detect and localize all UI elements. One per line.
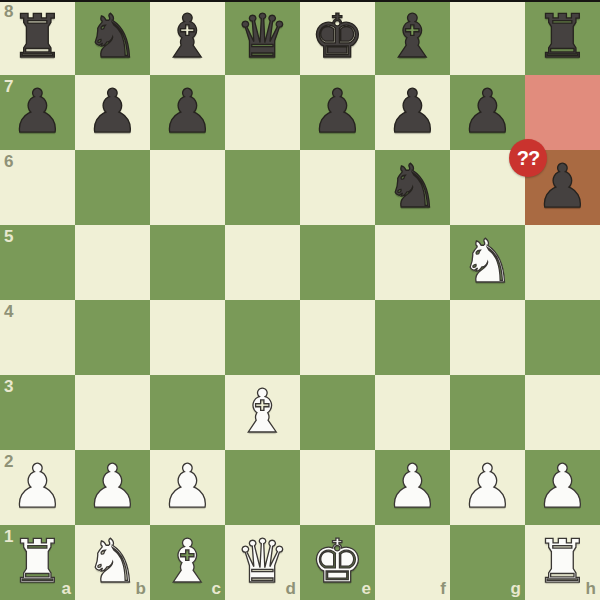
square-c1[interactable]: c♝ bbox=[150, 525, 225, 600]
piece-black-pawn[interactable]: ♟ bbox=[150, 75, 225, 150]
square-h8[interactable]: ♜ bbox=[525, 0, 600, 75]
square-c6[interactable] bbox=[150, 150, 225, 225]
square-f4[interactable] bbox=[375, 300, 450, 375]
square-c7[interactable]: ♟ bbox=[150, 75, 225, 150]
square-b6[interactable] bbox=[75, 150, 150, 225]
piece-black-queen[interactable]: ♛ bbox=[225, 0, 300, 75]
square-d3[interactable]: ♝ bbox=[225, 375, 300, 450]
square-g3[interactable] bbox=[450, 375, 525, 450]
piece-white-pawn[interactable]: ♟ bbox=[450, 450, 525, 525]
chess-board-container: 8♜♞♝♛♚♝♜7♟♟♟♟♟♟6♞♟5♞43♝2♟♟♟♟♟♟1a♜b♞c♝d♛e… bbox=[0, 0, 600, 600]
square-f5[interactable] bbox=[375, 225, 450, 300]
rank-label-3: 3 bbox=[4, 377, 13, 397]
square-g5[interactable]: ♞ bbox=[450, 225, 525, 300]
rank-label-5: 5 bbox=[4, 227, 13, 247]
piece-black-king[interactable]: ♚ bbox=[300, 0, 375, 75]
rank-label-6: 6 bbox=[4, 152, 13, 172]
piece-white-pawn[interactable]: ♟ bbox=[75, 450, 150, 525]
piece-black-pawn[interactable]: ♟ bbox=[375, 75, 450, 150]
square-c2[interactable]: ♟ bbox=[150, 450, 225, 525]
piece-black-pawn[interactable]: ♟ bbox=[0, 75, 75, 150]
square-a5[interactable]: 5 bbox=[0, 225, 75, 300]
piece-white-king[interactable]: ♚ bbox=[300, 525, 375, 600]
square-c5[interactable] bbox=[150, 225, 225, 300]
square-a2[interactable]: 2♟ bbox=[0, 450, 75, 525]
piece-white-queen[interactable]: ♛ bbox=[225, 525, 300, 600]
square-f7[interactable]: ♟ bbox=[375, 75, 450, 150]
square-c4[interactable] bbox=[150, 300, 225, 375]
square-d8[interactable]: ♛ bbox=[225, 0, 300, 75]
square-a8[interactable]: 8♜ bbox=[0, 0, 75, 75]
file-label-g: g bbox=[511, 579, 521, 599]
square-f1[interactable]: f bbox=[375, 525, 450, 600]
square-e3[interactable] bbox=[300, 375, 375, 450]
square-e8[interactable]: ♚ bbox=[300, 0, 375, 75]
square-h1[interactable]: h♜ bbox=[525, 525, 600, 600]
square-h2[interactable]: ♟ bbox=[525, 450, 600, 525]
square-h3[interactable] bbox=[525, 375, 600, 450]
piece-black-pawn[interactable]: ♟ bbox=[75, 75, 150, 150]
square-d2[interactable] bbox=[225, 450, 300, 525]
square-b4[interactable] bbox=[75, 300, 150, 375]
piece-white-rook[interactable]: ♜ bbox=[525, 525, 600, 600]
top-edge-strip bbox=[0, 0, 600, 2]
piece-white-pawn[interactable]: ♟ bbox=[0, 450, 75, 525]
square-d4[interactable] bbox=[225, 300, 300, 375]
piece-black-pawn[interactable]: ♟ bbox=[450, 75, 525, 150]
square-f3[interactable] bbox=[375, 375, 450, 450]
square-g8[interactable] bbox=[450, 0, 525, 75]
square-d5[interactable] bbox=[225, 225, 300, 300]
piece-white-pawn[interactable]: ♟ bbox=[150, 450, 225, 525]
square-d6[interactable] bbox=[225, 150, 300, 225]
square-d7[interactable] bbox=[225, 75, 300, 150]
square-a7[interactable]: 7♟ bbox=[0, 75, 75, 150]
file-label-f: f bbox=[440, 579, 446, 599]
chess-board: 8♜♞♝♛♚♝♜7♟♟♟♟♟♟6♞♟5♞43♝2♟♟♟♟♟♟1a♜b♞c♝d♛e… bbox=[0, 0, 600, 600]
piece-white-pawn[interactable]: ♟ bbox=[375, 450, 450, 525]
square-e7[interactable]: ♟ bbox=[300, 75, 375, 150]
square-e1[interactable]: e♚ bbox=[300, 525, 375, 600]
piece-black-rook[interactable]: ♜ bbox=[0, 0, 75, 75]
square-g2[interactable]: ♟ bbox=[450, 450, 525, 525]
square-e4[interactable] bbox=[300, 300, 375, 375]
square-e2[interactable] bbox=[300, 450, 375, 525]
piece-white-rook[interactable]: ♜ bbox=[0, 525, 75, 600]
piece-white-bishop[interactable]: ♝ bbox=[150, 525, 225, 600]
square-b8[interactable]: ♞ bbox=[75, 0, 150, 75]
square-e5[interactable] bbox=[300, 225, 375, 300]
square-a1[interactable]: 1a♜ bbox=[0, 525, 75, 600]
piece-black-bishop[interactable]: ♝ bbox=[375, 0, 450, 75]
square-b2[interactable]: ♟ bbox=[75, 450, 150, 525]
piece-white-bishop[interactable]: ♝ bbox=[225, 375, 300, 450]
square-f6[interactable]: ♞ bbox=[375, 150, 450, 225]
square-f2[interactable]: ♟ bbox=[375, 450, 450, 525]
square-b3[interactable] bbox=[75, 375, 150, 450]
square-g1[interactable]: g bbox=[450, 525, 525, 600]
square-g4[interactable] bbox=[450, 300, 525, 375]
square-b5[interactable] bbox=[75, 225, 150, 300]
piece-black-knight[interactable]: ♞ bbox=[75, 0, 150, 75]
square-h4[interactable] bbox=[525, 300, 600, 375]
square-h5[interactable] bbox=[525, 225, 600, 300]
square-d1[interactable]: d♛ bbox=[225, 525, 300, 600]
rank-label-4: 4 bbox=[4, 302, 13, 322]
square-a3[interactable]: 3 bbox=[0, 375, 75, 450]
square-c3[interactable] bbox=[150, 375, 225, 450]
square-h7[interactable] bbox=[525, 75, 600, 150]
square-b1[interactable]: b♞ bbox=[75, 525, 150, 600]
blunder-badge: ?? bbox=[509, 139, 547, 177]
piece-white-pawn[interactable]: ♟ bbox=[525, 450, 600, 525]
square-e6[interactable] bbox=[300, 150, 375, 225]
piece-black-pawn[interactable]: ♟ bbox=[300, 75, 375, 150]
square-a4[interactable]: 4 bbox=[0, 300, 75, 375]
piece-black-rook[interactable]: ♜ bbox=[525, 0, 600, 75]
square-f8[interactable]: ♝ bbox=[375, 0, 450, 75]
piece-black-bishop[interactable]: ♝ bbox=[150, 0, 225, 75]
piece-white-knight[interactable]: ♞ bbox=[450, 225, 525, 300]
square-a6[interactable]: 6 bbox=[0, 150, 75, 225]
square-c8[interactable]: ♝ bbox=[150, 0, 225, 75]
square-b7[interactable]: ♟ bbox=[75, 75, 150, 150]
square-g7[interactable]: ♟ bbox=[450, 75, 525, 150]
piece-white-knight[interactable]: ♞ bbox=[75, 525, 150, 600]
piece-black-knight[interactable]: ♞ bbox=[375, 150, 450, 225]
